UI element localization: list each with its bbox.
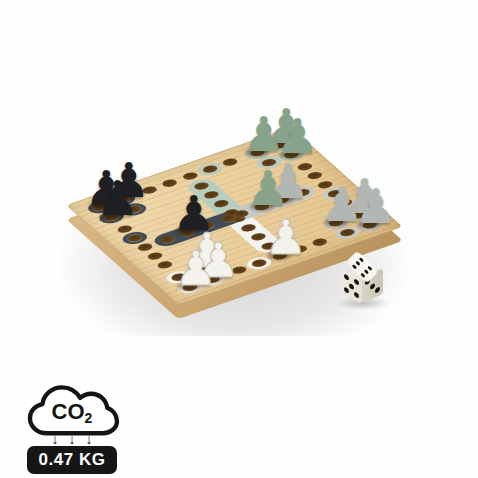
hole — [290, 244, 309, 254]
die-pip — [367, 265, 372, 270]
die-pip — [349, 282, 354, 289]
die-pip — [354, 292, 359, 299]
die-pip — [344, 286, 349, 293]
die-pip — [370, 282, 375, 289]
die-pip — [352, 264, 357, 269]
hole — [229, 265, 248, 275]
peg-shadow — [324, 218, 348, 227]
die-pip — [375, 286, 380, 293]
peg-shadow — [268, 140, 292, 149]
hole — [295, 162, 314, 172]
down-arrow-icon: ↓ — [69, 431, 86, 447]
hole — [139, 185, 158, 195]
hole — [310, 237, 329, 247]
co2-badge: CO2 ↓↓↓ 0.47 KG — [24, 382, 120, 474]
peg-shadow — [279, 150, 303, 159]
peg-shadow — [346, 210, 370, 219]
peg-shadow — [270, 195, 294, 204]
co2-label: CO2 — [24, 399, 120, 426]
hole — [155, 260, 174, 270]
die-pip — [355, 260, 360, 265]
die-pip — [344, 273, 349, 280]
co2-subscript: 2 — [85, 410, 93, 426]
co2-down-arrows: ↓↓↓ — [24, 431, 120, 447]
die-pip — [364, 269, 369, 274]
hole — [160, 178, 179, 188]
weight-text: 0.47 KG — [39, 450, 106, 469]
peg-shadow — [357, 220, 381, 229]
down-arrow-icon: ↓ — [52, 431, 69, 447]
down-arrow-icon: ↓ — [86, 431, 103, 447]
co2-text: CO — [52, 399, 85, 424]
peg-shadow — [250, 202, 274, 211]
die-pip — [360, 272, 365, 277]
hole — [220, 157, 239, 167]
hole — [145, 251, 164, 261]
hole — [305, 171, 324, 181]
weight-label: 0.47 KG — [27, 446, 117, 474]
die — [340, 252, 386, 308]
peg-shadow — [245, 148, 269, 157]
die-pip — [359, 257, 364, 262]
product-photo-stage: CO2 ↓↓↓ 0.47 KG ♟♟♟♟♟♟♟♟♟♟♟♟♟♟♟♟ — [0, 0, 478, 478]
die-pip — [354, 278, 359, 285]
